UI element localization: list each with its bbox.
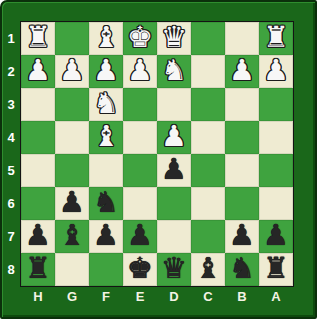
- square-e8[interactable]: ♚: [123, 253, 157, 286]
- black-pawn[interactable]: ♟: [127, 220, 153, 252]
- square-d8[interactable]: ♛: [157, 253, 191, 286]
- square-e6[interactable]: [123, 187, 157, 220]
- square-f8[interactable]: [89, 253, 123, 286]
- square-f7[interactable]: ♟: [89, 220, 123, 253]
- square-f1[interactable]: ♝: [89, 22, 123, 55]
- black-knight[interactable]: ♞: [229, 253, 255, 285]
- white-pawn[interactable]: ♟: [25, 55, 51, 87]
- square-h4[interactable]: [21, 121, 55, 154]
- square-d7[interactable]: [157, 220, 191, 253]
- square-h5[interactable]: [21, 154, 55, 187]
- rank-label-2: 2: [2, 55, 20, 88]
- rank-label-4: 4: [2, 121, 20, 154]
- rank-labels: 12345678: [2, 22, 20, 286]
- black-knight[interactable]: ♞: [93, 187, 119, 219]
- black-pawn[interactable]: ♟: [263, 220, 289, 252]
- white-bishop[interactable]: ♝: [93, 121, 119, 153]
- square-b8[interactable]: ♞: [225, 253, 259, 286]
- square-d2[interactable]: ♞: [157, 55, 191, 88]
- square-h6[interactable]: [21, 187, 55, 220]
- file-label-a: A: [259, 289, 293, 305]
- square-a4[interactable]: [259, 121, 293, 154]
- black-pawn[interactable]: ♟: [59, 187, 85, 219]
- file-labels: HGFEDCBA: [21, 289, 293, 305]
- rank-label-1: 1: [2, 22, 20, 55]
- square-a6[interactable]: [259, 187, 293, 220]
- square-f3[interactable]: ♞: [89, 88, 123, 121]
- black-rook[interactable]: ♜: [25, 253, 51, 285]
- rank-label-5: 5: [2, 154, 20, 187]
- rank-label-6: 6: [2, 187, 20, 220]
- board-frame: 12345678 ♜♝♚♛♜♟♟♟♟♞♟♟♞♝♟♟♟♞♟♝♟♟♟♟♜♚♛♝♞♜ …: [0, 0, 317, 319]
- square-e7[interactable]: ♟: [123, 220, 157, 253]
- square-g3[interactable]: [55, 88, 89, 121]
- black-bishop[interactable]: ♝: [59, 220, 85, 252]
- white-pawn[interactable]: ♟: [93, 55, 119, 87]
- white-bishop[interactable]: ♝: [93, 22, 119, 54]
- square-c6[interactable]: [191, 187, 225, 220]
- square-b2[interactable]: ♟: [225, 55, 259, 88]
- file-label-b: B: [225, 289, 259, 305]
- square-a7[interactable]: ♟: [259, 220, 293, 253]
- white-rook[interactable]: ♜: [25, 22, 51, 54]
- square-a3[interactable]: [259, 88, 293, 121]
- file-label-e: E: [123, 289, 157, 305]
- rank-label-3: 3: [2, 88, 20, 121]
- black-bishop[interactable]: ♝: [195, 253, 221, 285]
- square-g1[interactable]: [55, 22, 89, 55]
- square-c7[interactable]: [191, 220, 225, 253]
- file-label-g: G: [55, 289, 89, 305]
- black-pawn[interactable]: ♟: [161, 154, 187, 186]
- square-h2[interactable]: ♟: [21, 55, 55, 88]
- square-b5[interactable]: [225, 154, 259, 187]
- square-f4[interactable]: ♝: [89, 121, 123, 154]
- square-g5[interactable]: [55, 154, 89, 187]
- white-knight[interactable]: ♞: [93, 88, 119, 120]
- square-c2[interactable]: [191, 55, 225, 88]
- black-pawn[interactable]: ♟: [93, 220, 119, 252]
- square-h3[interactable]: [21, 88, 55, 121]
- black-king[interactable]: ♚: [127, 253, 153, 285]
- square-e1[interactable]: ♚: [123, 22, 157, 55]
- square-b1[interactable]: [225, 22, 259, 55]
- rank-label-7: 7: [2, 220, 20, 253]
- square-g7[interactable]: ♝: [55, 220, 89, 253]
- square-f6[interactable]: ♞: [89, 187, 123, 220]
- square-g2[interactable]: ♟: [55, 55, 89, 88]
- square-g8[interactable]: [55, 253, 89, 286]
- file-label-f: F: [89, 289, 123, 305]
- square-h8[interactable]: ♜: [21, 253, 55, 286]
- white-queen[interactable]: ♛: [161, 22, 187, 54]
- square-d6[interactable]: [157, 187, 191, 220]
- white-pawn[interactable]: ♟: [161, 121, 187, 153]
- white-pawn[interactable]: ♟: [263, 55, 289, 87]
- square-f2[interactable]: ♟: [89, 55, 123, 88]
- rank-label-8: 8: [2, 253, 20, 286]
- square-c1[interactable]: [191, 22, 225, 55]
- square-e2[interactable]: ♟: [123, 55, 157, 88]
- square-a2[interactable]: ♟: [259, 55, 293, 88]
- square-d5[interactable]: ♟: [157, 154, 191, 187]
- square-b7[interactable]: ♟: [225, 220, 259, 253]
- square-f5[interactable]: [89, 154, 123, 187]
- square-c4[interactable]: [191, 121, 225, 154]
- square-e5[interactable]: [123, 154, 157, 187]
- square-h1[interactable]: ♜: [21, 22, 55, 55]
- square-a5[interactable]: [259, 154, 293, 187]
- square-d3[interactable]: [157, 88, 191, 121]
- file-label-h: H: [21, 289, 55, 305]
- white-pawn[interactable]: ♟: [127, 55, 153, 87]
- white-rook[interactable]: ♜: [263, 22, 289, 54]
- square-c3[interactable]: [191, 88, 225, 121]
- square-c5[interactable]: [191, 154, 225, 187]
- black-rook[interactable]: ♜: [263, 253, 289, 285]
- square-h7[interactable]: ♟: [21, 220, 55, 253]
- square-d1[interactable]: ♛: [157, 22, 191, 55]
- file-label-d: D: [157, 289, 191, 305]
- white-king[interactable]: ♚: [127, 22, 153, 54]
- square-g4[interactable]: [55, 121, 89, 154]
- chess-board: ♜♝♚♛♜♟♟♟♟♞♟♟♞♝♟♟♟♞♟♝♟♟♟♟♜♚♛♝♞♜: [20, 21, 294, 287]
- square-e3[interactable]: [123, 88, 157, 121]
- black-pawn[interactable]: ♟: [25, 220, 51, 252]
- white-pawn[interactable]: ♟: [229, 55, 255, 87]
- square-g6[interactable]: ♟: [55, 187, 89, 220]
- black-queen[interactable]: ♛: [161, 253, 187, 285]
- square-a8[interactable]: ♜: [259, 253, 293, 286]
- black-pawn[interactable]: ♟: [229, 220, 255, 252]
- file-label-c: C: [191, 289, 225, 305]
- white-pawn[interactable]: ♟: [59, 55, 85, 87]
- square-a1[interactable]: ♜: [259, 22, 293, 55]
- white-knight[interactable]: ♞: [161, 55, 187, 87]
- square-e4[interactable]: [123, 121, 157, 154]
- square-c8[interactable]: ♝: [191, 253, 225, 286]
- square-b6[interactable]: [225, 187, 259, 220]
- square-b4[interactable]: [225, 121, 259, 154]
- square-b3[interactable]: [225, 88, 259, 121]
- square-d4[interactable]: ♟: [157, 121, 191, 154]
